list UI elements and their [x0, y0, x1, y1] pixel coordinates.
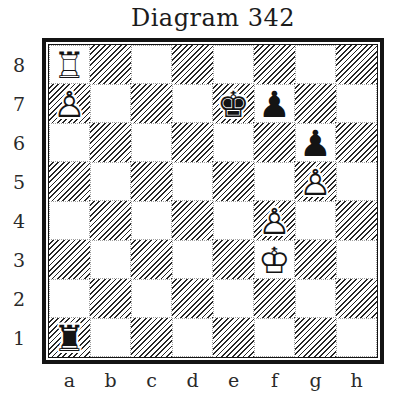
square-h8 — [336, 45, 377, 84]
file-label-b: b — [90, 366, 131, 394]
square-d8 — [172, 45, 213, 84]
square-f4: ♟♙ — [254, 201, 295, 240]
square-g8 — [295, 45, 336, 84]
square-c8 — [131, 45, 172, 84]
square-b1 — [90, 318, 131, 357]
rank-label-2: 2 — [0, 279, 34, 318]
square-a8: ♜♖ — [49, 45, 90, 84]
file-label-a: a — [49, 366, 90, 394]
square-f6 — [254, 123, 295, 162]
square-b2 — [90, 279, 131, 318]
board-grid: ♜♖♟♙♚♚♟♟♟♟♟♙♟♙♚♔♜♜ — [49, 45, 377, 357]
square-e2 — [213, 279, 254, 318]
square-d7 — [172, 84, 213, 123]
square-h1 — [336, 318, 377, 357]
white-rook-icon: ♖ — [50, 47, 89, 84]
square-c7 — [131, 84, 172, 123]
square-a7: ♟♙ — [49, 84, 90, 123]
square-b7 — [90, 84, 131, 123]
piece-black-pawn: ♟♟ — [255, 85, 294, 122]
square-e7: ♚♚ — [213, 84, 254, 123]
white-pawn-icon: ♙ — [254, 202, 295, 241]
piece-white-pawn: ♟♙ — [295, 162, 336, 201]
square-f2 — [254, 279, 295, 318]
rank-label-5: 5 — [0, 162, 34, 201]
square-g1 — [295, 318, 336, 357]
square-b6 — [90, 123, 131, 162]
black-pawn-icon: ♟ — [255, 86, 294, 123]
square-b5 — [90, 162, 131, 201]
square-c3 — [131, 240, 172, 279]
book-page: Diagram 342 87654321 ♜♖♟♙♚♚♟♟♟♟♟♙♟♙♚♔♜♜ … — [0, 0, 400, 400]
piece-white-pawn: ♟♙ — [254, 201, 295, 240]
square-e3 — [213, 240, 254, 279]
square-a6 — [49, 123, 90, 162]
square-e4 — [213, 201, 254, 240]
white-pawn-icon: ♙ — [49, 85, 90, 124]
square-d1 — [172, 318, 213, 357]
square-h2 — [336, 279, 377, 318]
diagram-title: Diagram 342 — [42, 4, 384, 32]
square-e6 — [213, 123, 254, 162]
square-g7 — [295, 84, 336, 123]
square-e8 — [213, 45, 254, 84]
chess-board: ♜♖♟♙♚♚♟♟♟♟♟♙♟♙♚♔♜♜ — [42, 38, 384, 364]
square-f8 — [254, 45, 295, 84]
square-g2 — [295, 279, 336, 318]
file-label-e: e — [213, 366, 254, 394]
square-d3 — [172, 240, 213, 279]
square-c2 — [131, 279, 172, 318]
square-a1: ♜♜ — [49, 318, 90, 357]
square-b8 — [90, 45, 131, 84]
square-d5 — [172, 162, 213, 201]
square-d2 — [172, 279, 213, 318]
square-c1 — [131, 318, 172, 357]
square-e1 — [213, 318, 254, 357]
square-a3 — [49, 240, 90, 279]
square-c6 — [131, 123, 172, 162]
square-h7 — [336, 84, 377, 123]
square-a5 — [49, 162, 90, 201]
square-a2 — [49, 279, 90, 318]
piece-black-rook: ♜♜ — [49, 318, 90, 357]
square-d4 — [172, 201, 213, 240]
rank-labels: 87654321 — [0, 45, 34, 357]
square-f1 — [254, 318, 295, 357]
rank-label-3: 3 — [0, 240, 34, 279]
square-h4 — [336, 201, 377, 240]
rank-label-7: 7 — [0, 84, 34, 123]
black-king-icon: ♚ — [213, 85, 254, 124]
square-g3 — [295, 240, 336, 279]
piece-white-rook: ♜♖ — [50, 46, 89, 83]
square-c4 — [131, 201, 172, 240]
square-d6 — [172, 123, 213, 162]
file-label-d: d — [172, 366, 213, 394]
square-c5 — [131, 162, 172, 201]
file-label-c: c — [131, 366, 172, 394]
square-g4 — [295, 201, 336, 240]
black-rook-icon: ♜ — [49, 319, 90, 358]
square-f7: ♟♟ — [254, 84, 295, 123]
piece-white-king: ♚♔ — [255, 241, 294, 278]
file-labels: abcdefgh — [49, 366, 377, 394]
black-pawn-icon: ♟ — [296, 125, 335, 162]
square-h5 — [336, 162, 377, 201]
square-f3: ♚♔ — [254, 240, 295, 279]
square-h6 — [336, 123, 377, 162]
piece-white-pawn: ♟♙ — [49, 84, 90, 123]
file-label-f: f — [254, 366, 295, 394]
rank-label-8: 8 — [0, 45, 34, 84]
rank-label-6: 6 — [0, 123, 34, 162]
file-label-g: g — [295, 366, 336, 394]
square-h3 — [336, 240, 377, 279]
rank-label-1: 1 — [0, 318, 34, 357]
piece-black-king: ♚♚ — [213, 84, 254, 123]
square-e5 — [213, 162, 254, 201]
piece-black-pawn: ♟♟ — [296, 124, 335, 161]
square-g6: ♟♟ — [295, 123, 336, 162]
white-pawn-icon: ♙ — [295, 163, 336, 202]
square-a4 — [49, 201, 90, 240]
rank-label-4: 4 — [0, 201, 34, 240]
square-g5: ♟♙ — [295, 162, 336, 201]
board-inner-border: ♜♖♟♙♚♚♟♟♟♟♟♙♟♙♚♔♜♜ — [48, 44, 378, 358]
file-label-h: h — [336, 366, 377, 394]
square-f5 — [254, 162, 295, 201]
white-king-icon: ♔ — [255, 242, 294, 279]
square-b3 — [90, 240, 131, 279]
square-b4 — [90, 201, 131, 240]
